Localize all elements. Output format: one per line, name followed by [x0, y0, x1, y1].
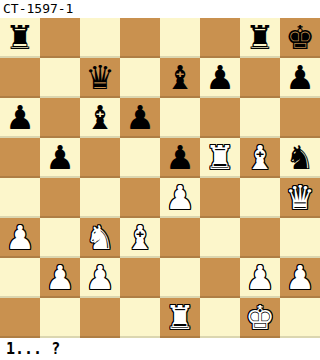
- piece-black-pawn[interactable]: ♟: [285, 59, 315, 97]
- square-h1[interactable]: [280, 298, 320, 338]
- piece-black-king[interactable]: ♚: [285, 19, 315, 57]
- square-g5[interactable]: ♝: [240, 138, 280, 178]
- piece-white-pawn[interactable]: ♟: [85, 259, 115, 297]
- square-e4[interactable]: ♟: [160, 178, 200, 218]
- square-e2[interactable]: [160, 258, 200, 298]
- square-c4[interactable]: [80, 178, 120, 218]
- square-g6[interactable]: [240, 98, 280, 138]
- square-e8[interactable]: [160, 18, 200, 58]
- square-a6[interactable]: ♟: [0, 98, 40, 138]
- piece-black-pawn[interactable]: ♟: [165, 139, 195, 177]
- piece-white-queen[interactable]: ♛: [285, 179, 315, 217]
- square-a3[interactable]: ♟: [0, 218, 40, 258]
- square-c7[interactable]: ♛: [80, 58, 120, 98]
- square-b8[interactable]: [40, 18, 80, 58]
- piece-white-pawn[interactable]: ♟: [5, 219, 35, 257]
- square-c2[interactable]: ♟: [80, 258, 120, 298]
- square-h8[interactable]: ♚: [280, 18, 320, 58]
- square-c1[interactable]: [80, 298, 120, 338]
- square-h3[interactable]: [280, 218, 320, 258]
- square-h4[interactable]: ♛: [280, 178, 320, 218]
- square-g7[interactable]: [240, 58, 280, 98]
- square-e7[interactable]: ♝: [160, 58, 200, 98]
- square-d4[interactable]: [120, 178, 160, 218]
- square-f6[interactable]: [200, 98, 240, 138]
- square-d1[interactable]: [120, 298, 160, 338]
- piece-white-pawn[interactable]: ♟: [165, 179, 195, 217]
- problem-id: CT-1597-1: [0, 0, 320, 18]
- square-b6[interactable]: [40, 98, 80, 138]
- square-f5[interactable]: ♜: [200, 138, 240, 178]
- square-b5[interactable]: ♟: [40, 138, 80, 178]
- square-d5[interactable]: [120, 138, 160, 178]
- square-c5[interactable]: [80, 138, 120, 178]
- piece-white-pawn[interactable]: ♟: [285, 259, 315, 297]
- piece-white-bishop[interactable]: ♝: [245, 139, 275, 177]
- piece-black-bishop[interactable]: ♝: [165, 59, 195, 97]
- square-a5[interactable]: [0, 138, 40, 178]
- piece-white-king[interactable]: ♚: [245, 299, 275, 337]
- piece-black-pawn[interactable]: ♟: [5, 99, 35, 137]
- square-d8[interactable]: [120, 18, 160, 58]
- piece-white-rook[interactable]: ♜: [165, 299, 195, 337]
- square-g1[interactable]: ♚: [240, 298, 280, 338]
- piece-black-queen[interactable]: ♛: [85, 59, 115, 97]
- piece-black-pawn[interactable]: ♟: [205, 59, 235, 97]
- piece-black-pawn[interactable]: ♟: [45, 139, 75, 177]
- square-f1[interactable]: [200, 298, 240, 338]
- square-c6[interactable]: ♝: [80, 98, 120, 138]
- square-f3[interactable]: [200, 218, 240, 258]
- square-a7[interactable]: [0, 58, 40, 98]
- square-b7[interactable]: [40, 58, 80, 98]
- piece-black-pawn[interactable]: ♟: [125, 99, 155, 137]
- square-d6[interactable]: ♟: [120, 98, 160, 138]
- square-b2[interactable]: ♟: [40, 258, 80, 298]
- square-f8[interactable]: [200, 18, 240, 58]
- square-f7[interactable]: ♟: [200, 58, 240, 98]
- square-e6[interactable]: [160, 98, 200, 138]
- square-e3[interactable]: [160, 218, 200, 258]
- square-f2[interactable]: [200, 258, 240, 298]
- piece-black-rook[interactable]: ♜: [245, 19, 275, 57]
- piece-white-pawn[interactable]: ♟: [45, 259, 75, 297]
- square-g8[interactable]: ♜: [240, 18, 280, 58]
- square-g2[interactable]: ♟: [240, 258, 280, 298]
- square-e5[interactable]: ♟: [160, 138, 200, 178]
- square-d3[interactable]: ♝: [120, 218, 160, 258]
- square-c3[interactable]: ♞: [80, 218, 120, 258]
- square-h5[interactable]: ♞: [280, 138, 320, 178]
- square-a4[interactable]: [0, 178, 40, 218]
- piece-black-bishop[interactable]: ♝: [85, 99, 115, 137]
- chess-board: ♜♜♚♛♝♟♟♟♝♟♟♟♜♝♞♟♛♟♞♝♟♟♟♟♜♚: [0, 18, 320, 338]
- square-f4[interactable]: [200, 178, 240, 218]
- piece-white-bishop[interactable]: ♝: [125, 219, 155, 257]
- square-h2[interactable]: ♟: [280, 258, 320, 298]
- square-b3[interactable]: [40, 218, 80, 258]
- square-d2[interactable]: [120, 258, 160, 298]
- square-h7[interactable]: ♟: [280, 58, 320, 98]
- piece-white-pawn[interactable]: ♟: [245, 259, 275, 297]
- piece-white-rook[interactable]: ♜: [205, 139, 235, 177]
- square-c8[interactable]: [80, 18, 120, 58]
- piece-white-knight[interactable]: ♞: [85, 219, 115, 257]
- square-d7[interactable]: [120, 58, 160, 98]
- move-prompt: 1... ?: [0, 338, 320, 360]
- square-b1[interactable]: [40, 298, 80, 338]
- square-b4[interactable]: [40, 178, 80, 218]
- piece-black-rook[interactable]: ♜: [5, 19, 35, 57]
- square-a1[interactable]: [0, 298, 40, 338]
- square-a8[interactable]: ♜: [0, 18, 40, 58]
- square-e1[interactable]: ♜: [160, 298, 200, 338]
- square-a2[interactable]: [0, 258, 40, 298]
- square-g3[interactable]: [240, 218, 280, 258]
- piece-black-knight[interactable]: ♞: [285, 139, 315, 177]
- square-g4[interactable]: [240, 178, 280, 218]
- square-h6[interactable]: [280, 98, 320, 138]
